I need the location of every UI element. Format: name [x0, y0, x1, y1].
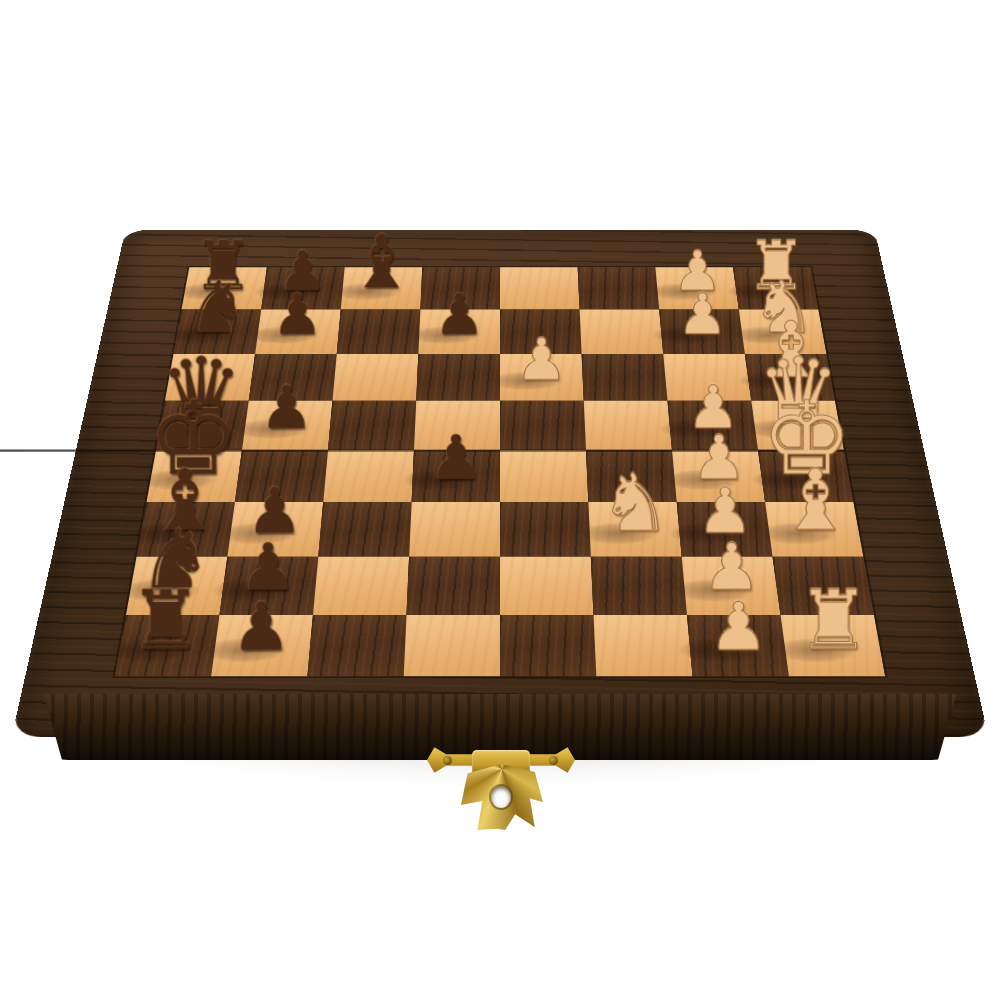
piece-white-bishop-f1[interactable]: ♝	[770, 416, 860, 540]
square-c6[interactable]	[332, 354, 418, 401]
board-grid: ♜♞♛♚♝♞♜♟♟♟♟♟♟♝♟♟♟♞♟♟♟♟♟♟♟♜♞♝♛♚♝♜	[115, 267, 885, 676]
clasp-screw-left-icon	[443, 756, 452, 765]
piece-white-knight-f3[interactable]: ♞	[590, 416, 680, 540]
square-h4[interactable]	[500, 615, 596, 677]
square-c3[interactable]	[582, 354, 668, 401]
product-photo-scene: ♜♞♛♚♝♞♜♟♟♟♟♟♟♝♟♟♟♞♟♟♟♟♟♟♟♜♞♝♛♚♝♜	[0, 0, 1000, 1000]
board-wood-frame: ♜♞♛♚♝♞♜♟♟♟♟♟♟♝♟♟♟♞♟♟♟♟♟♟♟♜♞♝♛♚♝♜	[12, 230, 989, 737]
piece-white-pawn-h2[interactable]: ♟	[691, 526, 786, 657]
square-f4[interactable]	[500, 502, 591, 557]
piece-black-rook-h8[interactable]: ♜	[118, 526, 213, 657]
square-h5[interactable]	[404, 615, 500, 677]
square-d4[interactable]	[500, 401, 586, 450]
square-f5[interactable]	[409, 502, 500, 557]
square-b6[interactable]	[337, 310, 421, 354]
clasp-hole-icon	[491, 786, 511, 808]
piece-black-pawn-b5[interactable]: ♟	[419, 229, 500, 340]
square-d6[interactable]	[328, 401, 416, 450]
square-h3[interactable]	[594, 615, 693, 677]
square-g3[interactable]	[591, 557, 687, 615]
clasp-screw-right-icon	[549, 756, 558, 765]
square-h6[interactable]	[307, 615, 406, 677]
piece-black-pawn-e5[interactable]: ♟	[412, 366, 500, 486]
square-g6[interactable]	[313, 557, 409, 615]
square-f6[interactable]	[318, 502, 411, 557]
piece-white-pawn-c4[interactable]: ♟	[500, 272, 583, 386]
piece-black-bishop-a6[interactable]: ♝	[342, 188, 421, 296]
chess-board: ♜♞♛♚♝♞♜♟♟♟♟♟♟♝♟♟♟♞♟♟♟♟♟♟♟♜♞♝♛♚♝♜	[12, 230, 989, 737]
square-a3[interactable]	[578, 267, 660, 309]
square-e6[interactable]	[323, 450, 414, 502]
square-g5[interactable]	[406, 557, 500, 615]
square-g4[interactable]	[500, 557, 594, 615]
square-b3[interactable]	[580, 310, 664, 354]
piece-white-rook-h1[interactable]: ♜	[786, 526, 881, 657]
square-e4[interactable]	[500, 450, 588, 502]
piece-black-pawn-h7[interactable]: ♟	[214, 526, 309, 657]
